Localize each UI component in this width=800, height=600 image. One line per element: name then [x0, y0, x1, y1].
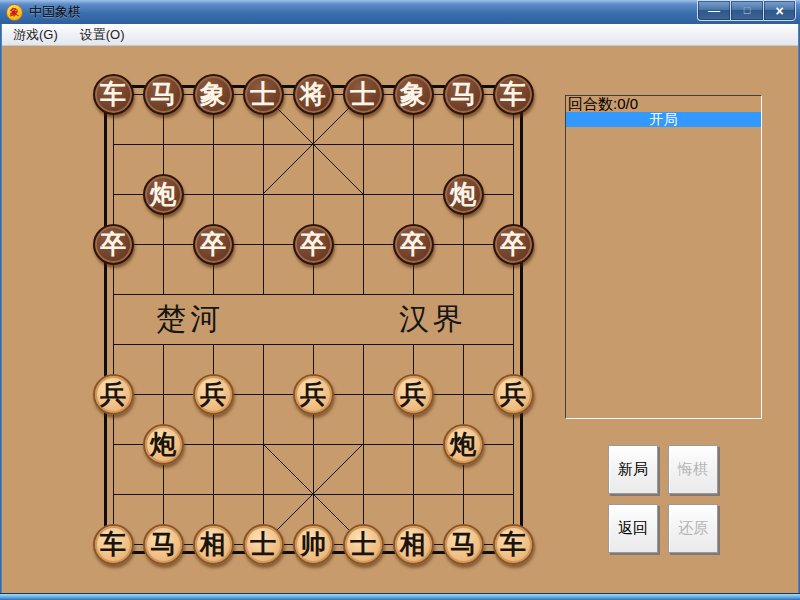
board-point-4-6[interactable]: 兵 — [288, 369, 338, 419]
board-point-1-3[interactable] — [138, 219, 188, 269]
board-point-7-4[interactable] — [438, 269, 488, 319]
board-point-2-0[interactable]: 象 — [188, 69, 238, 119]
board-point-7-1[interactable] — [438, 119, 488, 169]
board-grid: 车马象士将士象马车炮炮卒卒卒卒卒兵兵兵兵兵炮炮车马相士帅士相马车 — [88, 69, 538, 569]
minimize-icon: — — [708, 5, 720, 17]
board-point-0-3[interactable]: 卒 — [88, 219, 138, 269]
board-point-7-2[interactable]: 炮 — [438, 169, 488, 219]
menu-settings[interactable]: 设置(O) — [69, 23, 136, 47]
board-point-7-8[interactable] — [438, 469, 488, 519]
piece-C[interactable]: 炮 — [143, 424, 184, 465]
board-point-3-7[interactable] — [238, 419, 288, 469]
board-point-6-6[interactable]: 兵 — [388, 369, 438, 419]
piece-P[interactable]: 兵 — [93, 374, 134, 415]
menubar: 游戏(G) 设置(O) — [2, 24, 798, 46]
board-point-0-7[interactable] — [88, 419, 138, 469]
board-point-5-3[interactable] — [338, 219, 388, 269]
close-icon: × — [775, 4, 783, 18]
board-point-3-3[interactable] — [238, 219, 288, 269]
board-point-1-4[interactable] — [138, 269, 188, 319]
board-point-3-1[interactable] — [238, 119, 288, 169]
window-title: 中国象棋 — [29, 3, 81, 21]
board-point-6-5[interactable] — [388, 319, 438, 369]
board-point-6-1[interactable] — [388, 119, 438, 169]
piece-p[interactable]: 卒 — [293, 224, 334, 265]
board-point-2-1[interactable] — [188, 119, 238, 169]
board-point-4-3[interactable]: 卒 — [288, 219, 338, 269]
board-point-0-1[interactable] — [88, 119, 138, 169]
app-window: 象 中国象棋 — □ × 游戏(G) 设置(O) — [0, 0, 800, 600]
board-point-1-7[interactable]: 炮 — [138, 419, 188, 469]
piece-N[interactable]: 马 — [443, 524, 484, 565]
board-point-7-9[interactable]: 马 — [438, 519, 488, 569]
undo-button[interactable]: 悔棋 — [668, 445, 718, 494]
app-icon: 象 — [6, 4, 23, 21]
piece-b[interactable]: 象 — [393, 74, 434, 115]
board-point-2-4[interactable] — [188, 269, 238, 319]
piece-a[interactable]: 士 — [243, 74, 284, 115]
board-point-5-2[interactable] — [338, 169, 388, 219]
piece-a[interactable]: 士 — [343, 74, 384, 115]
piece-p[interactable]: 卒 — [393, 224, 434, 265]
board-point-2-3[interactable]: 卒 — [188, 219, 238, 269]
board-point-4-5[interactable] — [288, 319, 338, 369]
board-point-6-3[interactable]: 卒 — [388, 219, 438, 269]
board-point-2-9[interactable]: 相 — [188, 519, 238, 569]
minimize-button[interactable]: — — [697, 0, 730, 21]
piece-R[interactable]: 车 — [93, 524, 134, 565]
piece-c[interactable]: 炮 — [143, 174, 184, 215]
board-point-8-0[interactable]: 车 — [488, 69, 538, 119]
titlebar[interactable]: 象 中国象棋 — □ × — [0, 0, 800, 24]
board-point-8-5[interactable] — [488, 319, 538, 369]
board-point-8-4[interactable] — [488, 269, 538, 319]
maximize-icon: □ — [744, 5, 751, 16]
board-point-4-7[interactable] — [288, 419, 338, 469]
close-button[interactable]: × — [763, 0, 796, 21]
maximize-button[interactable]: □ — [730, 0, 763, 21]
board-point-6-4[interactable] — [388, 269, 438, 319]
board-point-6-2[interactable] — [388, 169, 438, 219]
board-point-4-0[interactable]: 将 — [288, 69, 338, 119]
window-border-left — [0, 24, 2, 600]
piece-A[interactable]: 士 — [243, 524, 284, 565]
board-point-3-9[interactable]: 士 — [238, 519, 288, 569]
piece-P[interactable]: 兵 — [193, 374, 234, 415]
piece-B[interactable]: 相 — [193, 524, 234, 565]
board-point-5-1[interactable] — [338, 119, 388, 169]
board-point-0-4[interactable] — [88, 269, 138, 319]
board-point-8-2[interactable] — [488, 169, 538, 219]
board-point-7-5[interactable] — [438, 319, 488, 369]
board-point-8-3[interactable]: 卒 — [488, 219, 538, 269]
piece-K[interactable]: 帅 — [293, 524, 334, 565]
piece-r[interactable]: 车 — [493, 74, 534, 115]
board-point-1-5[interactable] — [138, 319, 188, 369]
board-point-5-7[interactable] — [338, 419, 388, 469]
board-point-1-1[interactable] — [138, 119, 188, 169]
piece-P[interactable]: 兵 — [293, 374, 334, 415]
board-point-0-8[interactable] — [88, 469, 138, 519]
board-point-0-9[interactable]: 车 — [88, 519, 138, 569]
board-point-8-8[interactable] — [488, 469, 538, 519]
piece-P[interactable]: 兵 — [393, 374, 434, 415]
board-point-2-2[interactable] — [188, 169, 238, 219]
board-point-6-9[interactable]: 相 — [388, 519, 438, 569]
window-border-bottom — [0, 593, 800, 600]
board-point-8-1[interactable] — [488, 119, 538, 169]
board-point-3-4[interactable] — [238, 269, 288, 319]
board-point-2-6[interactable]: 兵 — [188, 369, 238, 419]
return-button[interactable]: 返回 — [608, 504, 658, 553]
move-list-panel: 回合数:0/0 开局 — [565, 95, 762, 419]
piece-p[interactable]: 卒 — [493, 224, 534, 265]
board-point-5-8[interactable] — [338, 469, 388, 519]
app-icon-glyph: 象 — [10, 8, 19, 17]
menu-game[interactable]: 游戏(G) — [2, 23, 69, 47]
board-point-2-5[interactable] — [188, 319, 238, 369]
board-point-4-2[interactable] — [288, 169, 338, 219]
board-point-3-2[interactable] — [238, 169, 288, 219]
board-point-7-0[interactable]: 马 — [438, 69, 488, 119]
piece-p[interactable]: 卒 — [93, 224, 134, 265]
board-point-1-9[interactable]: 马 — [138, 519, 188, 569]
piece-A[interactable]: 士 — [343, 524, 384, 565]
piece-k[interactable]: 将 — [293, 74, 334, 115]
board-point-8-6[interactable]: 兵 — [488, 369, 538, 419]
board-point-1-6[interactable] — [138, 369, 188, 419]
board-point-2-7[interactable] — [188, 419, 238, 469]
board-point-4-4[interactable] — [288, 269, 338, 319]
board-point-4-1[interactable] — [288, 119, 338, 169]
board-point-6-7[interactable] — [388, 419, 438, 469]
board-point-0-5[interactable] — [88, 319, 138, 369]
piece-n[interactable]: 马 — [143, 74, 184, 115]
restore-button[interactable]: 还原 — [668, 504, 718, 553]
board-point-8-9[interactable]: 车 — [488, 519, 538, 569]
board-point-3-6[interactable] — [238, 369, 288, 419]
round-counter: 回合数:0/0 — [566, 96, 761, 112]
board-point-4-9[interactable]: 帅 — [288, 519, 338, 569]
move-list-item[interactable]: 开局 — [566, 112, 761, 127]
board-point-4-8[interactable] — [288, 469, 338, 519]
piece-C[interactable]: 炮 — [443, 424, 484, 465]
piece-p[interactable]: 卒 — [193, 224, 234, 265]
board-point-1-2[interactable]: 炮 — [138, 169, 188, 219]
board-point-3-8[interactable] — [238, 469, 288, 519]
piece-P[interactable]: 兵 — [493, 374, 534, 415]
piece-c[interactable]: 炮 — [443, 174, 484, 215]
board-point-5-6[interactable] — [338, 369, 388, 419]
board-point-5-5[interactable] — [338, 319, 388, 369]
board-point-1-0[interactable]: 马 — [138, 69, 188, 119]
board-point-7-3[interactable] — [438, 219, 488, 269]
board-point-3-5[interactable] — [238, 319, 288, 369]
board-point-2-8[interactable] — [188, 469, 238, 519]
window-controls: — □ × — [697, 0, 796, 21]
piece-n[interactable]: 马 — [443, 74, 484, 115]
board-point-0-2[interactable] — [88, 169, 138, 219]
board-point-1-8[interactable] — [138, 469, 188, 519]
board-point-5-0[interactable]: 士 — [338, 69, 388, 119]
board-point-7-6[interactable] — [438, 369, 488, 419]
piece-N[interactable]: 马 — [143, 524, 184, 565]
board-point-6-8[interactable] — [388, 469, 438, 519]
piece-r[interactable]: 车 — [93, 74, 134, 115]
board-point-0-6[interactable]: 兵 — [88, 369, 138, 419]
move-list[interactable]: 开局 — [566, 112, 761, 127]
piece-B[interactable]: 相 — [393, 524, 434, 565]
board-point-8-7[interactable] — [488, 419, 538, 469]
board-point-3-0[interactable]: 士 — [238, 69, 288, 119]
board-point-6-0[interactable]: 象 — [388, 69, 438, 119]
board-point-5-9[interactable]: 士 — [338, 519, 388, 569]
xiangqi-board[interactable]: 楚河 汉界 车马象士将士象马车炮炮卒卒卒卒卒兵兵兵兵兵炮炮车马相士帅士相马车 — [88, 69, 538, 569]
piece-R[interactable]: 车 — [493, 524, 534, 565]
piece-b[interactable]: 象 — [193, 74, 234, 115]
new-game-button[interactable]: 新局 — [608, 445, 658, 494]
board-point-7-7[interactable]: 炮 — [438, 419, 488, 469]
board-point-5-4[interactable] — [338, 269, 388, 319]
board-point-0-0[interactable]: 车 — [88, 69, 138, 119]
